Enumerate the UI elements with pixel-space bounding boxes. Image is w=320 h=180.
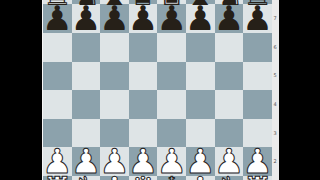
white-knight-icon[interactable]: ♞ [71, 174, 101, 180]
black-pawn-icon[interactable]: ♟ [99, 4, 129, 33]
square-g3[interactable] [215, 119, 244, 148]
square-b3[interactable] [72, 119, 101, 148]
chess-board: ♜♞♝♛♚♝♞♜♟♟♟♟♟♟♟♟♟♟♟♟♟♟♟♟♜♞♝♛♚♝♞♜ [43, 0, 272, 180]
black-pawn-icon[interactable]: ♟ [71, 4, 101, 33]
white-bishop-icon[interactable]: ♝ [185, 174, 215, 180]
square-e3[interactable] [157, 119, 186, 148]
square-b6[interactable] [72, 33, 101, 62]
square-f3[interactable] [186, 119, 215, 148]
black-pawn-icon[interactable]: ♟ [42, 4, 72, 33]
white-rook-icon[interactable]: ♜ [242, 174, 272, 180]
rank-label-strip: 87654321 [272, 0, 279, 180]
square-g7[interactable]: ♟ [215, 4, 244, 33]
rank-label-3: 3 [272, 119, 279, 148]
square-a2[interactable]: ♟ [43, 147, 72, 176]
square-d3[interactable] [129, 119, 158, 148]
black-pawn-icon[interactable]: ♟ [185, 4, 215, 33]
black-pawn-icon[interactable]: ♟ [214, 4, 244, 33]
black-pawn-icon[interactable]: ♟ [128, 4, 158, 33]
black-pawn-icon[interactable]: ♟ [156, 4, 186, 33]
square-g1[interactable]: ♞ [215, 176, 244, 180]
white-pawn-icon[interactable]: ♟ [156, 147, 186, 176]
rank-label-2: 2 [272, 147, 279, 176]
square-e6[interactable] [157, 33, 186, 62]
square-d4[interactable] [129, 90, 158, 119]
white-bishop-icon[interactable]: ♝ [99, 174, 129, 180]
square-a7[interactable]: ♟ [43, 4, 72, 33]
square-f5[interactable] [186, 62, 215, 91]
square-c1[interactable]: ♝ [100, 176, 129, 180]
video-frame: ♜♞♝♛♚♝♞♜♟♟♟♟♟♟♟♟♟♟♟♟♟♟♟♟♜♞♝♛♚♝♞♜ 8765432… [0, 0, 320, 180]
square-b5[interactable] [72, 62, 101, 91]
white-pawn-icon[interactable]: ♟ [42, 147, 72, 176]
square-f7[interactable]: ♟ [186, 4, 215, 33]
square-f1[interactable]: ♝ [186, 176, 215, 180]
square-a1[interactable]: ♜ [43, 176, 72, 180]
square-h5[interactable] [243, 62, 272, 91]
square-d1[interactable]: ♛ [129, 176, 158, 180]
rank-label-6: 6 [272, 33, 279, 62]
square-h2[interactable]: ♟ [243, 147, 272, 176]
black-pawn-icon[interactable]: ♟ [242, 4, 272, 33]
white-pawn-icon[interactable]: ♟ [242, 147, 272, 176]
board-left-border [42, 0, 44, 180]
rank-label-1: 1 [272, 176, 279, 180]
square-e4[interactable] [157, 90, 186, 119]
white-pawn-icon[interactable]: ♟ [185, 147, 215, 176]
square-d7[interactable]: ♟ [129, 4, 158, 33]
square-g4[interactable] [215, 90, 244, 119]
square-d6[interactable] [129, 33, 158, 62]
white-pawn-icon[interactable]: ♟ [128, 147, 158, 176]
white-pawn-icon[interactable]: ♟ [99, 147, 129, 176]
rank-label-7: 7 [272, 4, 279, 33]
square-c4[interactable] [100, 90, 129, 119]
square-a3[interactable] [43, 119, 72, 148]
white-pawn-icon[interactable]: ♟ [214, 147, 244, 176]
square-e1[interactable]: ♚ [157, 176, 186, 180]
square-b7[interactable]: ♟ [72, 4, 101, 33]
square-a4[interactable] [43, 90, 72, 119]
rank-label-4: 4 [272, 90, 279, 119]
square-f6[interactable] [186, 33, 215, 62]
square-g5[interactable] [215, 62, 244, 91]
square-d5[interactable] [129, 62, 158, 91]
square-d2[interactable]: ♟ [129, 147, 158, 176]
square-c5[interactable] [100, 62, 129, 91]
square-b4[interactable] [72, 90, 101, 119]
square-e2[interactable]: ♟ [157, 147, 186, 176]
square-h1[interactable]: ♜ [243, 176, 272, 180]
white-knight-icon[interactable]: ♞ [214, 174, 244, 180]
square-c7[interactable]: ♟ [100, 4, 129, 33]
square-f4[interactable] [186, 90, 215, 119]
square-g2[interactable]: ♟ [215, 147, 244, 176]
square-h6[interactable] [243, 33, 272, 62]
square-c3[interactable] [100, 119, 129, 148]
square-b1[interactable]: ♞ [72, 176, 101, 180]
square-c2[interactable]: ♟ [100, 147, 129, 176]
square-h7[interactable]: ♟ [243, 4, 272, 33]
square-h3[interactable] [243, 119, 272, 148]
white-rook-icon[interactable]: ♜ [42, 174, 72, 180]
square-e7[interactable]: ♟ [157, 4, 186, 33]
square-f2[interactable]: ♟ [186, 147, 215, 176]
rank-label-5: 5 [272, 62, 279, 91]
square-h4[interactable] [243, 90, 272, 119]
white-king-icon[interactable]: ♚ [156, 174, 186, 180]
white-pawn-icon[interactable]: ♟ [71, 147, 101, 176]
square-b2[interactable]: ♟ [72, 147, 101, 176]
square-a5[interactable] [43, 62, 72, 91]
square-e5[interactable] [157, 62, 186, 91]
square-c6[interactable] [100, 33, 129, 62]
square-a6[interactable] [43, 33, 72, 62]
white-queen-icon[interactable]: ♛ [128, 174, 158, 180]
square-g6[interactable] [215, 33, 244, 62]
